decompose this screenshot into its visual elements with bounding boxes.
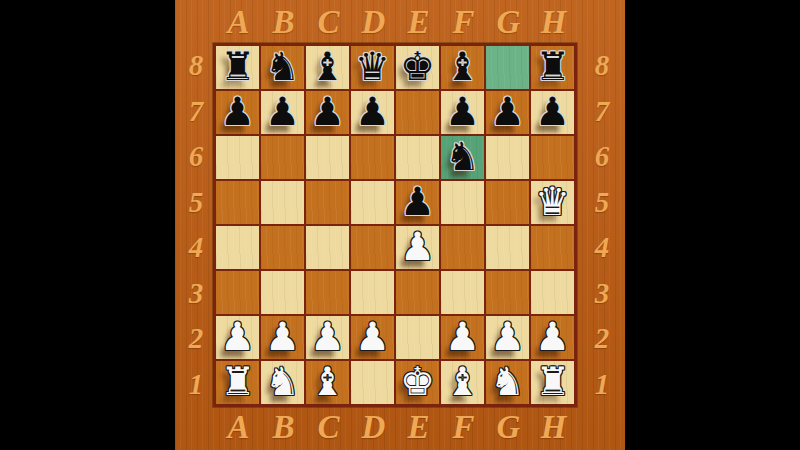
piece-white-knight[interactable]: ♞ bbox=[490, 362, 525, 404]
square-h3[interactable] bbox=[531, 271, 574, 314]
piece-black-pawn[interactable]: ♟ bbox=[535, 92, 570, 134]
chess-app-panel: ABCDEFGH 87654321 ♜♞♝♛♚♝♜♟♟♟♟♟♟♟♞♟♛♟♟♟♟♟… bbox=[175, 0, 625, 450]
square-e3[interactable] bbox=[396, 271, 439, 314]
file-label-g: G bbox=[486, 1, 531, 43]
piece-white-bishop[interactable]: ♝ bbox=[310, 362, 345, 404]
file-label-g: G bbox=[486, 406, 531, 448]
piece-black-rook[interactable]: ♜ bbox=[535, 47, 570, 89]
square-a4[interactable] bbox=[216, 226, 259, 269]
square-d2[interactable]: ♟ bbox=[351, 316, 394, 359]
square-e1[interactable]: ♚ bbox=[396, 361, 439, 404]
square-c6[interactable] bbox=[306, 136, 349, 179]
square-b2[interactable]: ♟ bbox=[261, 316, 304, 359]
file-label-c: C bbox=[306, 406, 351, 448]
square-a5[interactable] bbox=[216, 181, 259, 224]
square-g1[interactable]: ♞ bbox=[486, 361, 529, 404]
square-c3[interactable] bbox=[306, 271, 349, 314]
square-e2[interactable] bbox=[396, 316, 439, 359]
square-h8[interactable]: ♜ bbox=[531, 46, 574, 89]
rank-label-1: 1 bbox=[181, 362, 211, 408]
rank-label-8: 8 bbox=[181, 43, 211, 89]
square-h2[interactable]: ♟ bbox=[531, 316, 574, 359]
square-f2[interactable]: ♟ bbox=[441, 316, 484, 359]
square-e7[interactable] bbox=[396, 91, 439, 134]
square-d8[interactable]: ♛ bbox=[351, 46, 394, 89]
square-g2[interactable]: ♟ bbox=[486, 316, 529, 359]
piece-white-pawn[interactable]: ♟ bbox=[310, 317, 345, 359]
rank-label-7: 7 bbox=[181, 89, 211, 135]
square-d4[interactable] bbox=[351, 226, 394, 269]
square-c5[interactable] bbox=[306, 181, 349, 224]
square-d3[interactable] bbox=[351, 271, 394, 314]
square-b1[interactable]: ♞ bbox=[261, 361, 304, 404]
square-f6[interactable]: ♞ bbox=[441, 136, 484, 179]
square-b5[interactable] bbox=[261, 181, 304, 224]
square-b6[interactable] bbox=[261, 136, 304, 179]
rank-label-3: 3 bbox=[181, 271, 211, 317]
square-c1[interactable]: ♝ bbox=[306, 361, 349, 404]
file-labels-bottom: ABCDEFGH bbox=[216, 406, 576, 448]
rank-label-4: 4 bbox=[587, 225, 617, 271]
piece-white-bishop[interactable]: ♝ bbox=[445, 362, 480, 404]
rank-label-8: 8 bbox=[587, 43, 617, 89]
square-h6[interactable] bbox=[531, 136, 574, 179]
piece-white-pawn[interactable]: ♟ bbox=[265, 317, 300, 359]
square-h5[interactable]: ♛ bbox=[531, 181, 574, 224]
file-label-b: B bbox=[261, 406, 306, 448]
square-h1[interactable]: ♜ bbox=[531, 361, 574, 404]
square-e4[interactable]: ♟ bbox=[396, 226, 439, 269]
square-f4[interactable] bbox=[441, 226, 484, 269]
piece-white-pawn[interactable]: ♟ bbox=[400, 227, 435, 269]
screenshot-root: ABCDEFGH 87654321 ♜♞♝♛♚♝♜♟♟♟♟♟♟♟♞♟♛♟♟♟♟♟… bbox=[0, 0, 800, 450]
rank-label-5: 5 bbox=[181, 180, 211, 226]
file-label-a: A bbox=[216, 406, 261, 448]
piece-black-pawn[interactable]: ♟ bbox=[310, 92, 345, 134]
square-d6[interactable] bbox=[351, 136, 394, 179]
piece-white-queen[interactable]: ♛ bbox=[535, 182, 570, 224]
square-d7[interactable]: ♟ bbox=[351, 91, 394, 134]
piece-black-pawn[interactable]: ♟ bbox=[445, 92, 480, 134]
piece-black-knight[interactable]: ♞ bbox=[445, 137, 480, 179]
square-b3[interactable] bbox=[261, 271, 304, 314]
piece-black-pawn[interactable]: ♟ bbox=[355, 92, 390, 134]
square-e5[interactable]: ♟ bbox=[396, 181, 439, 224]
rank-label-2: 2 bbox=[587, 316, 617, 362]
square-e6[interactable] bbox=[396, 136, 439, 179]
chess-board: ♜♞♝♛♚♝♜♟♟♟♟♟♟♟♞♟♛♟♟♟♟♟♟♟♟♜♞♝♚♝♞♜ bbox=[213, 43, 577, 407]
piece-black-rook[interactable]: ♜ bbox=[220, 47, 255, 89]
piece-white-pawn[interactable]: ♟ bbox=[220, 317, 255, 359]
square-h4[interactable] bbox=[531, 226, 574, 269]
piece-black-pawn[interactable]: ♟ bbox=[265, 92, 300, 134]
square-a3[interactable] bbox=[216, 271, 259, 314]
file-label-d: D bbox=[351, 406, 396, 448]
square-g7[interactable]: ♟ bbox=[486, 91, 529, 134]
file-label-h: H bbox=[531, 406, 576, 448]
piece-black-bishop[interactable]: ♝ bbox=[445, 47, 480, 89]
piece-white-rook[interactable]: ♜ bbox=[535, 362, 570, 404]
rank-label-2: 2 bbox=[181, 316, 211, 362]
file-label-c: C bbox=[306, 1, 351, 43]
square-a1[interactable]: ♜ bbox=[216, 361, 259, 404]
file-label-f: F bbox=[441, 1, 486, 43]
rank-label-7: 7 bbox=[587, 89, 617, 135]
piece-white-rook[interactable]: ♜ bbox=[220, 362, 255, 404]
file-label-a: A bbox=[216, 1, 261, 43]
square-f5[interactable] bbox=[441, 181, 484, 224]
square-c4[interactable] bbox=[306, 226, 349, 269]
square-g3[interactable] bbox=[486, 271, 529, 314]
square-g4[interactable] bbox=[486, 226, 529, 269]
square-c2[interactable]: ♟ bbox=[306, 316, 349, 359]
square-a8[interactable]: ♜ bbox=[216, 46, 259, 89]
piece-white-knight[interactable]: ♞ bbox=[265, 362, 300, 404]
piece-black-knight[interactable]: ♞ bbox=[265, 47, 300, 89]
piece-black-pawn[interactable]: ♟ bbox=[220, 92, 255, 134]
square-a7[interactable]: ♟ bbox=[216, 91, 259, 134]
piece-black-king[interactable]: ♚ bbox=[400, 47, 435, 89]
file-label-f: F bbox=[441, 406, 486, 448]
file-label-d: D bbox=[351, 1, 396, 43]
square-b7[interactable]: ♟ bbox=[261, 91, 304, 134]
piece-black-queen[interactable]: ♛ bbox=[355, 47, 390, 89]
piece-white-pawn[interactable]: ♟ bbox=[355, 317, 390, 359]
rank-label-1: 1 bbox=[587, 362, 617, 408]
square-g6[interactable] bbox=[486, 136, 529, 179]
rank-labels-left: 87654321 bbox=[181, 43, 211, 407]
piece-black-bishop[interactable]: ♝ bbox=[310, 47, 345, 89]
file-label-e: E bbox=[396, 1, 441, 43]
piece-black-pawn[interactable]: ♟ bbox=[490, 92, 525, 134]
square-f7[interactable]: ♟ bbox=[441, 91, 484, 134]
square-f1[interactable]: ♝ bbox=[441, 361, 484, 404]
rank-label-5: 5 bbox=[587, 180, 617, 226]
piece-white-pawn[interactable]: ♟ bbox=[445, 317, 480, 359]
square-c7[interactable]: ♟ bbox=[306, 91, 349, 134]
square-d1[interactable] bbox=[351, 361, 394, 404]
rank-label-6: 6 bbox=[587, 134, 617, 180]
square-b8[interactable]: ♞ bbox=[261, 46, 304, 89]
file-label-b: B bbox=[261, 1, 306, 43]
square-a2[interactable]: ♟ bbox=[216, 316, 259, 359]
square-f3[interactable] bbox=[441, 271, 484, 314]
piece-black-pawn[interactable]: ♟ bbox=[400, 182, 435, 224]
file-label-e: E bbox=[396, 406, 441, 448]
rank-label-4: 4 bbox=[181, 225, 211, 271]
square-b4[interactable] bbox=[261, 226, 304, 269]
square-e8[interactable]: ♚ bbox=[396, 46, 439, 89]
square-c8[interactable]: ♝ bbox=[306, 46, 349, 89]
piece-white-king[interactable]: ♚ bbox=[400, 362, 435, 404]
square-f8[interactable]: ♝ bbox=[441, 46, 484, 89]
square-h7[interactable]: ♟ bbox=[531, 91, 574, 134]
square-g8[interactable] bbox=[486, 46, 529, 89]
file-labels-top: ABCDEFGH bbox=[216, 1, 576, 43]
piece-white-pawn[interactable]: ♟ bbox=[490, 317, 525, 359]
rank-label-3: 3 bbox=[587, 271, 617, 317]
piece-white-pawn[interactable]: ♟ bbox=[535, 317, 570, 359]
square-d5[interactable] bbox=[351, 181, 394, 224]
square-a6[interactable] bbox=[216, 136, 259, 179]
file-label-h: H bbox=[531, 1, 576, 43]
square-g5[interactable] bbox=[486, 181, 529, 224]
rank-labels-right: 87654321 bbox=[587, 43, 617, 407]
rank-label-6: 6 bbox=[181, 134, 211, 180]
